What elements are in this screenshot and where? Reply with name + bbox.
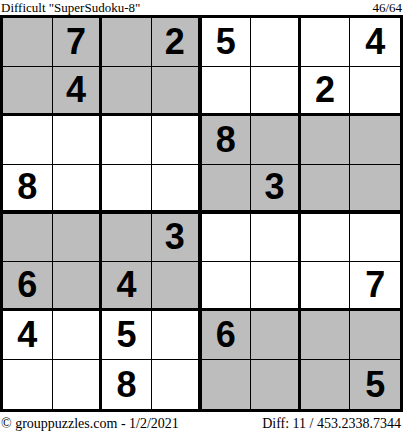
cell-r4c6-given[interactable]: 3 (251, 165, 301, 214)
cell-r1c8-given[interactable]: 4 (350, 18, 400, 67)
cell-r3c7[interactable] (301, 116, 351, 165)
cell-r2c5[interactable] (202, 67, 252, 116)
cell-r8c2[interactable] (53, 360, 103, 409)
cell-r2c1[interactable] (3, 67, 53, 116)
cell-r4c4[interactable] (152, 165, 202, 214)
cell-r4c3[interactable] (102, 165, 152, 214)
cell-r7c7[interactable] (301, 311, 351, 360)
cell-r5c5[interactable] (202, 214, 252, 263)
cell-r5c7[interactable] (301, 214, 351, 263)
cell-r4c1-given[interactable]: 8 (3, 165, 53, 214)
cell-r8c5[interactable] (202, 360, 252, 409)
cell-r7c3-given[interactable]: 5 (102, 311, 152, 360)
cell-r1c2-given[interactable]: 7 (53, 18, 103, 67)
cell-r1c3[interactable] (102, 18, 152, 67)
cell-r2c8[interactable] (350, 67, 400, 116)
cell-r3c4[interactable] (152, 116, 202, 165)
cell-r2c7-given[interactable]: 2 (301, 67, 351, 116)
cell-r3c3[interactable] (102, 116, 152, 165)
cell-r6c4[interactable] (152, 262, 202, 311)
cell-r7c6[interactable] (251, 311, 301, 360)
cell-r1c5-given[interactable]: 5 (202, 18, 252, 67)
difficulty-text: Diff: 11 / 453.2338.7344 (262, 416, 401, 432)
cell-r6c2[interactable] (53, 262, 103, 311)
cell-r5c8[interactable] (350, 214, 400, 263)
header: Difficult "SuperSudoku-8" 46/64 (0, 0, 403, 15)
cell-r4c2[interactable] (53, 165, 103, 214)
cell-r8c8-given[interactable]: 5 (350, 360, 400, 409)
cell-r1c7[interactable] (301, 18, 351, 67)
sudoku-board: 725442883364745685 (0, 15, 403, 412)
cell-r8c7[interactable] (301, 360, 351, 409)
cell-r8c3-given[interactable]: 8 (102, 360, 152, 409)
cell-r3c5-given[interactable]: 8 (202, 116, 252, 165)
footer: © grouppuzzles.com - 1/2/2021 Diff: 11 /… (0, 412, 403, 437)
cell-r2c3[interactable] (102, 67, 152, 116)
cell-r2c2-given[interactable]: 4 (53, 67, 103, 116)
cell-r4c5[interactable] (202, 165, 252, 214)
cell-r5c3[interactable] (102, 214, 152, 263)
cell-r5c6[interactable] (251, 214, 301, 263)
cell-r3c1[interactable] (3, 116, 53, 165)
empty-cell-counter: 46/64 (372, 1, 402, 15)
cell-r5c1[interactable] (3, 214, 53, 263)
cell-r3c6[interactable] (251, 116, 301, 165)
cell-r6c5[interactable] (202, 262, 252, 311)
cell-r7c2[interactable] (53, 311, 103, 360)
puzzle-title: Difficult "SuperSudoku-8" (1, 1, 140, 15)
cell-r8c6[interactable] (251, 360, 301, 409)
cell-r2c6[interactable] (251, 67, 301, 116)
cell-r4c7[interactable] (301, 165, 351, 214)
cell-r2c4[interactable] (152, 67, 202, 116)
cell-r5c4-given[interactable]: 3 (152, 214, 202, 263)
puzzle-page: Difficult "SuperSudoku-8" 46/64 72544288… (0, 0, 403, 437)
cell-r3c8[interactable] (350, 116, 400, 165)
cell-r1c1[interactable] (3, 18, 53, 67)
cell-r4c8[interactable] (350, 165, 400, 214)
cell-r8c4[interactable] (152, 360, 202, 409)
cell-r6c7[interactable] (301, 262, 351, 311)
cell-r5c2[interactable] (53, 214, 103, 263)
cell-r7c1-given[interactable]: 4 (3, 311, 53, 360)
cell-r3c2[interactable] (53, 116, 103, 165)
cell-r7c8[interactable] (350, 311, 400, 360)
cell-r7c5-given[interactable]: 6 (202, 311, 252, 360)
cell-r6c3-given[interactable]: 4 (102, 262, 152, 311)
copyright-text: © grouppuzzles.com - 1/2/2021 (1, 416, 179, 432)
cell-r7c4[interactable] (152, 311, 202, 360)
cell-r1c6[interactable] (251, 18, 301, 67)
cell-r8c1[interactable] (3, 360, 53, 409)
cell-r6c1-given[interactable]: 6 (3, 262, 53, 311)
cell-r1c4-given[interactable]: 2 (152, 18, 202, 67)
cell-r6c6[interactable] (251, 262, 301, 311)
cell-r6c8-given[interactable]: 7 (350, 262, 400, 311)
